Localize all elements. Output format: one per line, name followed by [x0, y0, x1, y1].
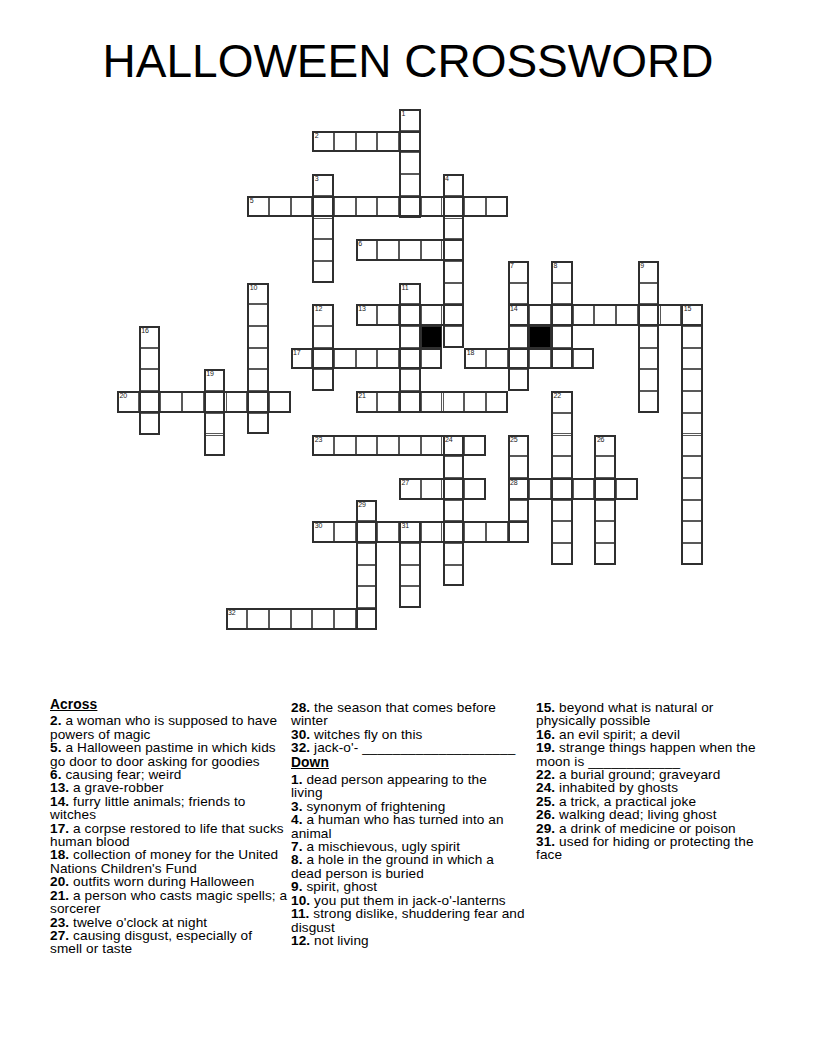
cell-r1-c10[interactable] — [334, 131, 356, 153]
cell-number-18: 18 — [467, 349, 474, 357]
cell-r11-c11[interactable] — [356, 348, 378, 370]
cell-r8-c6[interactable]: 10 — [247, 283, 269, 305]
cell-r6-c13[interactable] — [399, 239, 421, 261]
clue-across-20: 20. outfits worn during Halloween — [50, 875, 302, 888]
cell-r18-c11[interactable]: 29 — [356, 500, 378, 522]
cell-r19-c18[interactable] — [508, 521, 530, 543]
clue-down-10: 10. you put them in jack-o'-lanterns — [291, 894, 543, 907]
cell-r13-c1[interactable] — [139, 391, 161, 413]
cell-r0-c13[interactable]: 1 — [399, 109, 421, 131]
clue-across-32: 32. jack-o'- ____________________ — [291, 741, 543, 754]
cell-r9-c19[interactable] — [529, 304, 551, 326]
clue-across-2: 2. a woman who is supposed to havepowers… — [50, 714, 302, 741]
cell-r12-c6[interactable] — [247, 369, 269, 391]
cell-r11-c8[interactable]: 17 — [291, 348, 313, 370]
cell-r19-c22[interactable] — [594, 521, 616, 543]
cell-r12-c26[interactable] — [681, 369, 703, 391]
cell-r18-c26[interactable] — [681, 500, 703, 522]
cell-r1-c9[interactable]: 2 — [312, 131, 334, 153]
cell-r16-c20[interactable] — [551, 456, 573, 478]
cell-number-26: 26 — [597, 436, 604, 444]
cell-number-9: 9 — [640, 262, 644, 270]
cell-r17-c21[interactable] — [573, 478, 595, 500]
cell-r9-c25[interactable] — [660, 304, 682, 326]
cell-r18-c22[interactable] — [594, 500, 616, 522]
cell-r6-c9[interactable] — [312, 239, 334, 261]
crossword-grid: 2561314151718202123242728303132134789101… — [117, 109, 703, 630]
cell-r17-c14[interactable] — [421, 478, 443, 500]
cell-r4-c11[interactable] — [356, 196, 378, 218]
cell-r3-c13[interactable] — [399, 174, 421, 196]
cell-r17-c15[interactable] — [443, 478, 465, 500]
black-cell-r10-c14 — [421, 326, 443, 348]
cell-r9-c15[interactable] — [443, 304, 465, 326]
clue-down-3: 3. synonym of frightening — [291, 800, 543, 813]
cell-number-12: 12 — [315, 305, 322, 313]
clue-down-25: 25. a trick, a practical joke — [536, 795, 788, 808]
cell-r13-c15[interactable] — [443, 391, 465, 413]
cell-r19-c15[interactable] — [443, 521, 465, 543]
clue-number-label: 4. — [291, 812, 303, 827]
cell-r15-c11[interactable] — [356, 435, 378, 457]
cell-r11-c24[interactable] — [638, 348, 660, 370]
cell-r4-c7[interactable] — [269, 196, 291, 218]
clue-heading-across: Across — [50, 698, 302, 711]
cell-r10-c18[interactable] — [508, 326, 530, 348]
cell-r4-c6[interactable]: 5 — [247, 196, 269, 218]
cell-r14-c4[interactable] — [204, 413, 226, 435]
cell-r9-c13[interactable] — [399, 304, 421, 326]
cell-r10-c15[interactable] — [443, 326, 465, 348]
clue-across-27: 27. causing disgust, especially ofsmell … — [50, 929, 302, 956]
cell-r11-c17[interactable] — [486, 348, 508, 370]
cell-r19-c12[interactable] — [377, 521, 399, 543]
cell-r15-c16[interactable] — [464, 435, 486, 457]
cell-number-16: 16 — [141, 327, 148, 335]
cell-r10-c1[interactable]: 16 — [139, 326, 161, 348]
clue-down-9: 9. spirit, ghost — [291, 880, 543, 893]
clue-number-label: 11. — [291, 906, 309, 921]
cell-r13-c11[interactable]: 21 — [356, 391, 378, 413]
cell-number-10: 10 — [250, 284, 257, 292]
cell-r9-c21[interactable] — [573, 304, 595, 326]
cell-r9-c9[interactable]: 12 — [312, 304, 334, 326]
clue-down-19: 19. strange things happen when themoon i… — [536, 741, 788, 768]
cell-r20-c13[interactable] — [399, 543, 421, 565]
clue-across-23: 23. twelve o'clock at night — [50, 916, 302, 929]
cell-r11-c6[interactable] — [247, 348, 269, 370]
cell-r4-c13[interactable] — [399, 196, 421, 218]
cell-r17-c13[interactable]: 27 — [399, 478, 421, 500]
cell-r11-c10[interactable] — [334, 348, 356, 370]
clue-across-14: 14. furry little animals; friends towitc… — [50, 795, 302, 822]
clue-number-label: 14. — [50, 794, 69, 809]
clue-down-1: 1. dead person appearing to theliving — [291, 773, 543, 800]
cell-r20-c15[interactable] — [443, 543, 465, 565]
clue-down-24: 24. inhabited by ghosts — [536, 781, 788, 794]
clue-across-5: 5. a Halloween pastime in which kidsgo d… — [50, 741, 302, 768]
cell-r11-c9[interactable] — [312, 348, 334, 370]
cell-r1-c12[interactable] — [377, 131, 399, 153]
cell-number-6: 6 — [358, 240, 362, 248]
cell-r6-c12[interactable] — [377, 239, 399, 261]
cell-r17-c16[interactable] — [464, 478, 486, 500]
cell-r14-c1[interactable] — [139, 413, 161, 435]
clue-across-30: 30. witches fly on this — [291, 728, 543, 741]
cell-r4-c10[interactable] — [334, 196, 356, 218]
cell-r4-c14[interactable] — [421, 196, 443, 218]
cell-r15-c14[interactable] — [421, 435, 443, 457]
cell-number-32: 32 — [228, 609, 235, 617]
cell-r15-c22[interactable]: 26 — [594, 435, 616, 457]
cell-r15-c12[interactable] — [377, 435, 399, 457]
cell-number-13: 13 — [358, 305, 365, 313]
clue-number-label: 15. — [536, 700, 555, 715]
cell-number-30: 30 — [315, 522, 322, 530]
cell-r4-c17[interactable] — [486, 196, 508, 218]
cell-r15-c13[interactable] — [399, 435, 421, 457]
cell-r11-c1[interactable] — [139, 348, 161, 370]
cell-r15-c9[interactable]: 23 — [312, 435, 334, 457]
cell-r18-c18[interactable] — [508, 500, 530, 522]
cell-r13-c0[interactable]: 20 — [117, 391, 139, 413]
cell-r13-c7[interactable] — [269, 391, 291, 413]
cell-r22-c11[interactable] — [356, 586, 378, 608]
clue-down-8: 8. a hole in the ground in which adead p… — [291, 853, 543, 880]
cell-r13-c16[interactable] — [464, 391, 486, 413]
cell-r9-c18[interactable]: 14 — [508, 304, 530, 326]
clue-number-label: 27. — [50, 928, 69, 943]
clue-down-22: 22. a burial ground; graveyard — [536, 768, 788, 781]
clue-number-label: 8. — [291, 852, 303, 867]
cell-r8-c15[interactable] — [443, 283, 465, 305]
clue-down-7: 7. a mischievous, ugly spirit — [291, 840, 543, 853]
clue-down-31: 31. used for hiding or protecting thefac… — [536, 835, 788, 862]
cell-r13-c20[interactable]: 22 — [551, 391, 573, 413]
cell-r2-c13[interactable] — [399, 152, 421, 174]
cell-r15-c10[interactable] — [334, 435, 356, 457]
cell-r10-c24[interactable] — [638, 326, 660, 348]
cell-r17-c22[interactable] — [594, 478, 616, 500]
cell-r13-c24[interactable] — [638, 391, 660, 413]
cell-r12-c13[interactable] — [399, 369, 421, 391]
cell-r23-c6[interactable] — [247, 608, 269, 630]
clue-number-label: 12. — [291, 933, 310, 948]
cell-r6-c15[interactable] — [443, 239, 465, 261]
cell-r6-c11[interactable]: 6 — [356, 239, 378, 261]
cell-r23-c9[interactable] — [312, 608, 334, 630]
cell-number-3: 3 — [315, 175, 319, 183]
cell-r13-c12[interactable] — [377, 391, 399, 413]
cell-r3-c15[interactable]: 4 — [443, 174, 465, 196]
cell-r11-c26[interactable] — [681, 348, 703, 370]
cell-r9-c24[interactable] — [638, 304, 660, 326]
cell-number-11: 11 — [402, 284, 409, 292]
cell-number-20: 20 — [120, 392, 127, 400]
clue-number-label: 32. — [291, 740, 310, 755]
cell-number-17: 17 — [293, 349, 300, 357]
clue-down-29: 29. a drink of medicine or poison — [536, 822, 788, 835]
cell-number-24: 24 — [445, 436, 452, 444]
cell-r4-c15[interactable] — [443, 196, 465, 218]
cell-r17-c26[interactable] — [681, 478, 703, 500]
clue-number-label: 19. — [536, 740, 555, 755]
cell-r10-c26[interactable] — [681, 326, 703, 348]
cell-r5-c9[interactable] — [312, 218, 334, 240]
cell-r9-c20[interactable] — [551, 304, 573, 326]
cell-r17-c19[interactable] — [529, 478, 551, 500]
cell-r13-c3[interactable] — [182, 391, 204, 413]
cell-r7-c18[interactable]: 7 — [508, 261, 530, 283]
cell-number-2: 2 — [315, 132, 319, 140]
cell-number-1: 1 — [402, 110, 406, 118]
cell-r15-c20[interactable] — [551, 435, 573, 457]
cell-r11-c18[interactable] — [508, 348, 530, 370]
black-cell-r10-c19 — [529, 326, 551, 348]
cell-r15-c4[interactable] — [204, 435, 226, 457]
cell-r7-c24[interactable]: 9 — [638, 261, 660, 283]
cell-r19-c10[interactable] — [334, 521, 356, 543]
clue-number-label: 17. — [50, 821, 69, 836]
cell-number-27: 27 — [402, 479, 409, 487]
cell-r11-c14[interactable] — [421, 348, 443, 370]
cell-r5-c15[interactable] — [443, 218, 465, 240]
cell-r13-c26[interactable] — [681, 391, 703, 413]
cell-r17-c18[interactable]: 28 — [508, 478, 530, 500]
cell-r19-c17[interactable] — [486, 521, 508, 543]
cell-r12-c4[interactable]: 19 — [204, 369, 226, 391]
cell-r11-c20[interactable] — [551, 348, 573, 370]
cell-r16-c26[interactable] — [681, 456, 703, 478]
cell-r19-c16[interactable] — [464, 521, 486, 543]
cell-r13-c6[interactable] — [247, 391, 269, 413]
cell-r4-c8[interactable] — [291, 196, 313, 218]
crossword-page: { "game": "crossword (Halloween themed, … — [0, 0, 816, 1056]
cell-number-19: 19 — [206, 370, 213, 378]
cell-r13-c17[interactable] — [486, 391, 508, 413]
cell-r3-c9[interactable]: 3 — [312, 174, 334, 196]
cell-r23-c11[interactable] — [356, 608, 378, 630]
cell-r10-c20[interactable] — [551, 326, 573, 348]
cell-r17-c20[interactable] — [551, 478, 573, 500]
cell-r15-c26[interactable] — [681, 435, 703, 457]
cell-r17-c23[interactable] — [616, 478, 638, 500]
cell-r23-c7[interactable] — [269, 608, 291, 630]
cell-r12-c24[interactable] — [638, 369, 660, 391]
clue-across-28: 28. the season that comes beforewinter — [291, 701, 543, 728]
cell-r16-c18[interactable] — [508, 456, 530, 478]
cell-r21-c11[interactable] — [356, 565, 378, 587]
cell-r13-c5[interactable] — [226, 391, 248, 413]
cell-r12-c9[interactable] — [312, 369, 334, 391]
cell-r13-c14[interactable] — [421, 391, 443, 413]
clue-number-label: 1. — [291, 772, 303, 787]
cell-r18-c20[interactable] — [551, 500, 573, 522]
clue-number-label: 5. — [50, 740, 62, 755]
clue-number-label: 18. — [50, 847, 69, 862]
cell-r11-c16[interactable]: 18 — [464, 348, 486, 370]
clue-number-label: 21. — [50, 888, 69, 903]
cell-r7-c20[interactable]: 8 — [551, 261, 573, 283]
clue-down-16: 16. an evil spirit; a devil — [536, 728, 788, 741]
cell-r23-c10[interactable] — [334, 608, 356, 630]
cell-r11-c19[interactable] — [529, 348, 551, 370]
cell-r1-c11[interactable] — [356, 131, 378, 153]
clue-heading-down: Down — [291, 756, 543, 769]
cell-r4-c9[interactable] — [312, 196, 334, 218]
cell-r9-c12[interactable] — [377, 304, 399, 326]
cell-number-28: 28 — [510, 479, 517, 487]
cell-r7-c9[interactable] — [312, 261, 334, 283]
clue-across-21: 21. a person who casts magic spells; aso… — [50, 889, 302, 916]
cell-r19-c13[interactable]: 31 — [399, 521, 421, 543]
clue-down-11: 11. strong dislike, shuddering fear andd… — [291, 907, 543, 934]
cell-r11-c21[interactable] — [573, 348, 595, 370]
cell-r18-c15[interactable] — [443, 500, 465, 522]
cell-number-14: 14 — [510, 305, 517, 313]
cell-r20-c11[interactable] — [356, 543, 378, 565]
cell-number-25: 25 — [510, 436, 517, 444]
cell-r9-c23[interactable] — [616, 304, 638, 326]
clue-down-15: 15. beyond what is natural orphysically … — [536, 701, 788, 728]
cell-number-29: 29 — [358, 501, 365, 509]
cell-r15-c15[interactable]: 24 — [443, 435, 465, 457]
cell-r4-c12[interactable] — [377, 196, 399, 218]
clue-number-label: 28. — [291, 700, 310, 715]
cell-r20-c20[interactable] — [551, 543, 573, 565]
clue-across-6: 6. causing fear; weird — [50, 768, 302, 781]
cell-r10-c13[interactable] — [399, 326, 421, 348]
cell-r9-c22[interactable] — [594, 304, 616, 326]
cell-r19-c14[interactable] — [421, 521, 443, 543]
clue-number-label: 2. — [50, 713, 62, 728]
cell-number-21: 21 — [358, 392, 365, 400]
cell-r1-c13[interactable] — [399, 131, 421, 153]
cell-r16-c22[interactable] — [594, 456, 616, 478]
cell-r16-c15[interactable] — [443, 456, 465, 478]
clue-across-18: 18. collection of money for the UnitedNa… — [50, 848, 302, 875]
cell-r8-c18[interactable] — [508, 283, 530, 305]
cell-r9-c14[interactable] — [421, 304, 443, 326]
cell-number-22: 22 — [554, 392, 561, 400]
clue-across-17: 17. a corpse restored to life that sucks… — [50, 822, 302, 849]
cell-r8-c20[interactable] — [551, 283, 573, 305]
clue-down-12: 12. not living — [291, 934, 543, 947]
cell-number-23: 23 — [315, 436, 322, 444]
cell-r12-c18[interactable] — [508, 369, 530, 391]
clue-column-right: 15. beyond what is natural orphysically … — [536, 701, 788, 862]
cell-r23-c5[interactable]: 32 — [226, 608, 248, 630]
cell-r13-c4[interactable] — [204, 391, 226, 413]
cell-r19-c9[interactable]: 30 — [312, 521, 334, 543]
cell-r9-c6[interactable] — [247, 304, 269, 326]
clue-number-label: 31. — [536, 834, 555, 849]
cell-r6-c14[interactable] — [421, 239, 443, 261]
cell-r22-c13[interactable] — [399, 586, 421, 608]
cell-r14-c20[interactable] — [551, 413, 573, 435]
cell-r20-c26[interactable] — [681, 543, 703, 565]
cell-r10-c9[interactable] — [312, 326, 334, 348]
cell-r19-c20[interactable] — [551, 521, 573, 543]
cell-r13-c2[interactable] — [160, 391, 182, 413]
clue-column-middle: 28. the season that comes beforewinter30… — [291, 701, 543, 947]
cell-r15-c18[interactable]: 25 — [508, 435, 530, 457]
cell-number-15: 15 — [684, 305, 691, 313]
cell-number-4: 4 — [445, 175, 449, 183]
clue-column-left: Across2. a woman who is supposed to have… — [50, 698, 302, 956]
cell-r14-c6[interactable] — [247, 413, 269, 435]
cell-r9-c26[interactable]: 15 — [681, 304, 703, 326]
cell-r23-c8[interactable] — [291, 608, 313, 630]
cell-r20-c22[interactable] — [594, 543, 616, 565]
cell-r7-c15[interactable] — [443, 261, 465, 283]
clue-down-26: 26. walking dead; living ghost — [536, 808, 788, 821]
cell-r19-c11[interactable] — [356, 521, 378, 543]
cell-r9-c11[interactable]: 13 — [356, 304, 378, 326]
cell-number-5: 5 — [250, 197, 254, 205]
cell-r21-c15[interactable] — [443, 565, 465, 587]
cell-r8-c24[interactable] — [638, 283, 660, 305]
cell-r13-c13[interactable] — [399, 391, 421, 413]
page-title: HALLOWEEN CROSSWORD — [0, 36, 816, 86]
clue-across-13: 13. a grave-robber — [50, 781, 302, 794]
cell-r10-c6[interactable] — [247, 326, 269, 348]
cell-r11-c13[interactable] — [399, 348, 421, 370]
cell-r21-c13[interactable] — [399, 565, 421, 587]
cell-r19-c26[interactable] — [681, 521, 703, 543]
cell-number-31: 31 — [402, 522, 409, 530]
cell-number-8: 8 — [554, 262, 558, 270]
cell-r12-c1[interactable] — [139, 369, 161, 391]
cell-r14-c26[interactable] — [681, 413, 703, 435]
cell-number-7: 7 — [510, 262, 514, 270]
cell-r11-c12[interactable] — [377, 348, 399, 370]
clue-down-4: 4. a human who has turned into ananimal — [291, 813, 543, 840]
cell-r4-c16[interactable] — [464, 196, 486, 218]
cell-r8-c13[interactable]: 11 — [399, 283, 421, 305]
